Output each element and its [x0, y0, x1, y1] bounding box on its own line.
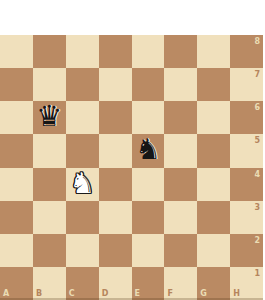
- square-g2[interactable]: [197, 234, 230, 267]
- square-c4[interactable]: ♞: [66, 168, 99, 201]
- square-c1[interactable]: C: [66, 267, 99, 300]
- square-h1[interactable]: H1: [230, 267, 263, 300]
- square-b6[interactable]: ♛: [33, 101, 66, 134]
- file-label-c: C: [69, 289, 75, 298]
- rank-label-1: 1: [254, 269, 260, 278]
- square-c5[interactable]: [66, 134, 99, 167]
- rank-label-6: 6: [254, 103, 260, 112]
- square-d5[interactable]: [99, 134, 132, 167]
- square-a6[interactable]: [0, 101, 33, 134]
- square-g3[interactable]: [197, 201, 230, 234]
- square-g7[interactable]: [197, 68, 230, 101]
- chess-diagram: 87♛6♞5♞432ABCDEFGH1: [0, 0, 265, 300]
- file-label-d: D: [102, 289, 109, 298]
- square-a8[interactable]: [0, 35, 33, 68]
- square-a1[interactable]: A: [0, 267, 33, 300]
- rank-label-2: 2: [254, 236, 260, 245]
- square-g8[interactable]: [197, 35, 230, 68]
- rank-label-7: 7: [254, 70, 260, 79]
- square-a5[interactable]: [0, 134, 33, 167]
- square-g5[interactable]: [197, 134, 230, 167]
- square-e1[interactable]: E: [132, 267, 165, 300]
- square-h3[interactable]: 3: [230, 201, 263, 234]
- square-e8[interactable]: [132, 35, 165, 68]
- square-f2[interactable]: [164, 234, 197, 267]
- square-f1[interactable]: F: [164, 267, 197, 300]
- square-e4[interactable]: [132, 168, 165, 201]
- square-b4[interactable]: [33, 168, 66, 201]
- square-g1[interactable]: G: [197, 267, 230, 300]
- file-label-h: H: [233, 289, 240, 298]
- square-c8[interactable]: [66, 35, 99, 68]
- square-c6[interactable]: [66, 101, 99, 134]
- rank-label-3: 3: [254, 203, 260, 212]
- square-h2[interactable]: 2: [230, 234, 263, 267]
- black-knight[interactable]: ♞: [135, 135, 161, 164]
- rank-label-5: 5: [254, 136, 260, 145]
- square-f3[interactable]: [164, 201, 197, 234]
- square-c3[interactable]: [66, 201, 99, 234]
- square-f4[interactable]: [164, 168, 197, 201]
- file-label-b: B: [36, 289, 42, 298]
- square-d6[interactable]: [99, 101, 132, 134]
- white-knight[interactable]: ♞: [69, 169, 95, 198]
- square-b8[interactable]: [33, 35, 66, 68]
- rank-label-8: 8: [254, 37, 260, 46]
- square-h6[interactable]: 6: [230, 101, 263, 134]
- file-label-e: E: [135, 289, 140, 298]
- square-d7[interactable]: [99, 68, 132, 101]
- square-g4[interactable]: [197, 168, 230, 201]
- square-b3[interactable]: [33, 201, 66, 234]
- square-h5[interactable]: 5: [230, 134, 263, 167]
- square-a7[interactable]: [0, 68, 33, 101]
- file-label-f: F: [167, 289, 172, 298]
- square-e7[interactable]: [132, 68, 165, 101]
- square-h4[interactable]: 4: [230, 168, 263, 201]
- square-a3[interactable]: [0, 201, 33, 234]
- square-f6[interactable]: [164, 101, 197, 134]
- square-c2[interactable]: [66, 234, 99, 267]
- chess-board: 87♛6♞5♞432ABCDEFGH1: [0, 35, 263, 300]
- square-a2[interactable]: [0, 234, 33, 267]
- black-queen[interactable]: ♛: [36, 102, 62, 131]
- square-d8[interactable]: [99, 35, 132, 68]
- square-e2[interactable]: [132, 234, 165, 267]
- square-f7[interactable]: [164, 68, 197, 101]
- file-label-a: A: [3, 289, 9, 298]
- square-f5[interactable]: [164, 134, 197, 167]
- square-a4[interactable]: [0, 168, 33, 201]
- square-e6[interactable]: [132, 101, 165, 134]
- square-h8[interactable]: 8: [230, 35, 263, 68]
- square-e5[interactable]: ♞: [132, 134, 165, 167]
- square-b5[interactable]: [33, 134, 66, 167]
- square-b7[interactable]: [33, 68, 66, 101]
- square-f8[interactable]: [164, 35, 197, 68]
- rank-label-4: 4: [254, 170, 260, 179]
- square-d3[interactable]: [99, 201, 132, 234]
- square-h7[interactable]: 7: [230, 68, 263, 101]
- square-e3[interactable]: [132, 201, 165, 234]
- square-d1[interactable]: D: [99, 267, 132, 300]
- square-d4[interactable]: [99, 168, 132, 201]
- square-g6[interactable]: [197, 101, 230, 134]
- square-c7[interactable]: [66, 68, 99, 101]
- square-d2[interactable]: [99, 234, 132, 267]
- file-label-g: G: [200, 289, 207, 298]
- square-b2[interactable]: [33, 234, 66, 267]
- square-b1[interactable]: B: [33, 267, 66, 300]
